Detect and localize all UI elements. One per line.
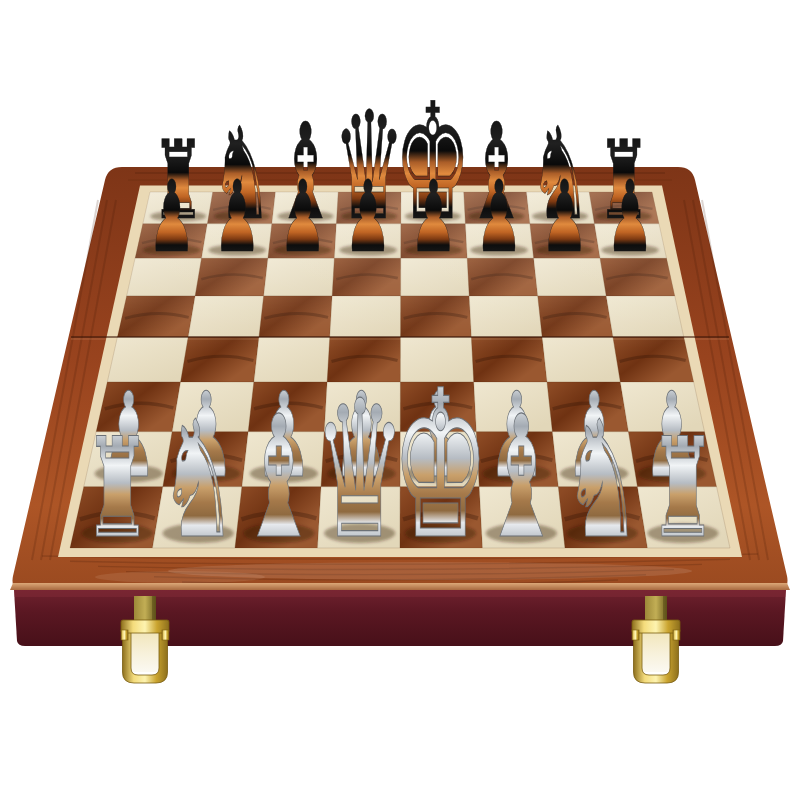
chess-set-photo: ♜♞♝♛♚♝♞♜♟♟♟♟♟♟♟♟♟♟♟♟♟♟♟♟♜♞♝♛♚♝♞♜ — [0, 0, 800, 800]
piece-black-pawn-a7[interactable]: ♟ — [148, 159, 196, 275]
piece-black-pawn-e7[interactable]: ♟ — [410, 159, 458, 275]
chess-board: ♜♞♝♛♚♝♞♜♟♟♟♟♟♟♟♟♟♟♟♟♟♟♟♟♜♞♝♛♚♝♞♜ — [0, 0, 800, 800]
piece-black-pawn-d7[interactable]: ♟ — [344, 159, 392, 275]
piece-black-pawn-f7[interactable]: ♟ — [475, 159, 523, 275]
piece-black-pawn-g7[interactable]: ♟ — [540, 159, 588, 275]
piece-black-pawn-b7[interactable]: ♟ — [213, 159, 261, 275]
piece-white-king-e1[interactable]: ♚ — [391, 347, 490, 585]
piece-white-bishop-c1[interactable]: ♝ — [238, 379, 320, 576]
piece-white-knight-g1[interactable]: ♞ — [563, 385, 641, 574]
piece-white-bishop-f1[interactable]: ♝ — [480, 379, 562, 576]
front-face-sheen — [14, 590, 786, 597]
piece-white-knight-b1[interactable]: ♞ — [159, 385, 237, 574]
piece-black-pawn-h7[interactable]: ♟ — [606, 159, 654, 275]
piece-white-rook-h1[interactable]: ♜ — [650, 408, 717, 569]
piece-white-rook-a1[interactable]: ♜ — [84, 408, 151, 569]
piece-black-pawn-c7[interactable]: ♟ — [279, 159, 327, 275]
